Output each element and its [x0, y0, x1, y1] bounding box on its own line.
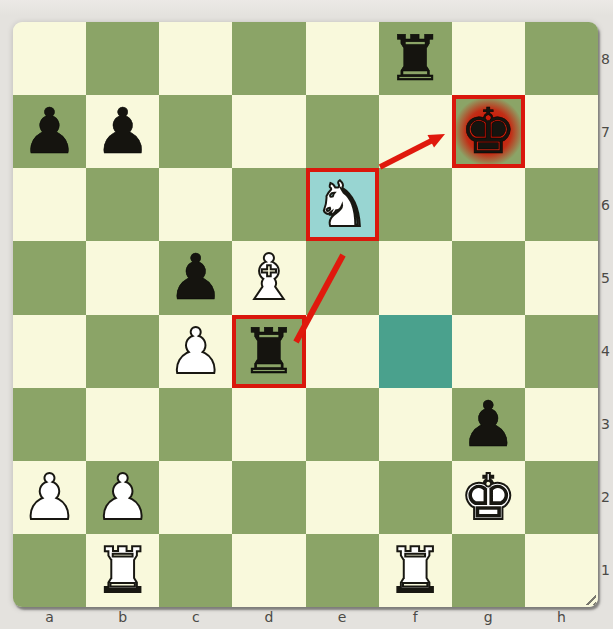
square-h2[interactable]: [525, 461, 598, 534]
square-d8[interactable]: [232, 22, 305, 95]
square-a5[interactable]: [13, 241, 86, 314]
square-b4[interactable]: [86, 315, 159, 388]
square-a2[interactable]: ♟: [13, 461, 86, 534]
square-e1[interactable]: [306, 534, 379, 607]
file-coordinates: abcdefgh: [13, 606, 598, 627]
square-a7[interactable]: ♟: [13, 95, 86, 168]
white-rook-f1[interactable]: ♜: [387, 534, 443, 607]
square-e6[interactable]: ♞: [306, 168, 379, 241]
white-rook-b1[interactable]: ♜: [94, 534, 150, 607]
square-e2[interactable]: [306, 461, 379, 534]
square-b2[interactable]: ♟: [86, 461, 159, 534]
square-b3[interactable]: [86, 388, 159, 461]
square-c7[interactable]: [159, 95, 232, 168]
square-a3[interactable]: [13, 388, 86, 461]
rank-label-1: 1: [598, 534, 613, 607]
white-knight-e6[interactable]: ♞: [314, 168, 370, 241]
black-king-g7[interactable]: ♚: [460, 95, 516, 168]
square-f2[interactable]: [379, 461, 452, 534]
white-pawn-c4[interactable]: ♟: [168, 315, 224, 388]
rank-label-7: 7: [598, 95, 613, 168]
black-rook-d4[interactable]: ♜: [241, 315, 297, 388]
file-label-d: d: [232, 606, 305, 627]
rank-label-3: 3: [598, 388, 613, 461]
rank-label-5: 5: [598, 241, 613, 314]
black-pawn-a7[interactable]: ♟: [21, 95, 77, 168]
square-d2[interactable]: [232, 461, 305, 534]
square-f8[interactable]: ♜: [379, 22, 452, 95]
white-king-g2[interactable]: ♚: [460, 461, 516, 534]
black-rook-f8[interactable]: ♜: [387, 22, 443, 95]
square-g6[interactable]: [452, 168, 525, 241]
square-b1[interactable]: ♜: [86, 534, 159, 607]
square-g8[interactable]: [452, 22, 525, 95]
square-f4[interactable]: [379, 315, 452, 388]
file-label-g: g: [452, 606, 525, 627]
square-f3[interactable]: [379, 388, 452, 461]
square-f7[interactable]: [379, 95, 452, 168]
square-d5[interactable]: ♝: [232, 241, 305, 314]
square-b7[interactable]: ♟: [86, 95, 159, 168]
square-c4[interactable]: ♟: [159, 315, 232, 388]
square-e3[interactable]: [306, 388, 379, 461]
square-g1[interactable]: [452, 534, 525, 607]
square-e4[interactable]: [306, 315, 379, 388]
square-d6[interactable]: [232, 168, 305, 241]
square-a8[interactable]: [13, 22, 86, 95]
square-c5[interactable]: ♟: [159, 241, 232, 314]
square-e7[interactable]: [306, 95, 379, 168]
square-d3[interactable]: [232, 388, 305, 461]
square-b6[interactable]: [86, 168, 159, 241]
square-f6[interactable]: [379, 168, 452, 241]
square-g3[interactable]: ♟: [452, 388, 525, 461]
square-h3[interactable]: [525, 388, 598, 461]
square-h4[interactable]: [525, 315, 598, 388]
square-h5[interactable]: [525, 241, 598, 314]
square-h6[interactable]: [525, 168, 598, 241]
square-h7[interactable]: [525, 95, 598, 168]
square-a4[interactable]: [13, 315, 86, 388]
square-f1[interactable]: ♜: [379, 534, 452, 607]
rank-label-6: 6: [598, 168, 613, 241]
file-label-a: a: [13, 606, 86, 627]
square-g7[interactable]: ♚: [452, 95, 525, 168]
square-f5[interactable]: [379, 241, 452, 314]
square-e5[interactable]: [306, 241, 379, 314]
square-a1[interactable]: [13, 534, 86, 607]
square-d1[interactable]: [232, 534, 305, 607]
square-e8[interactable]: [306, 22, 379, 95]
file-label-b: b: [86, 606, 159, 627]
file-label-h: h: [525, 606, 598, 627]
square-g4[interactable]: [452, 315, 525, 388]
rank-coordinates: 87654321: [598, 22, 613, 607]
rank-label-8: 8: [598, 22, 613, 95]
square-g2[interactable]: ♚: [452, 461, 525, 534]
square-b8[interactable]: [86, 22, 159, 95]
square-d7[interactable]: [232, 95, 305, 168]
black-pawn-c5[interactable]: ♟: [168, 241, 224, 314]
rank-label-2: 2: [598, 461, 613, 534]
square-h1[interactable]: [525, 534, 598, 607]
white-pawn-b2[interactable]: ♟: [94, 461, 150, 534]
square-d4[interactable]: ♜: [232, 315, 305, 388]
file-label-c: c: [159, 606, 232, 627]
square-c6[interactable]: [159, 168, 232, 241]
rank-label-4: 4: [598, 315, 613, 388]
white-bishop-d5[interactable]: ♝: [241, 241, 297, 314]
square-a6[interactable]: [13, 168, 86, 241]
square-c8[interactable]: [159, 22, 232, 95]
black-pawn-b7[interactable]: ♟: [94, 95, 150, 168]
square-c2[interactable]: [159, 461, 232, 534]
square-g5[interactable]: [452, 241, 525, 314]
board-grid: ♜♟♟♚♞♟♝♟♜♟♟♟♚♜♜: [13, 22, 598, 607]
square-b5[interactable]: [86, 241, 159, 314]
white-pawn-a2[interactable]: ♟: [21, 461, 77, 534]
file-label-e: e: [306, 606, 379, 627]
square-c3[interactable]: [159, 388, 232, 461]
square-h8[interactable]: [525, 22, 598, 95]
black-pawn-g3[interactable]: ♟: [460, 388, 516, 461]
file-label-f: f: [379, 606, 452, 627]
square-c1[interactable]: [159, 534, 232, 607]
chess-board[interactable]: ♜♟♟♚♞♟♝♟♜♟♟♟♚♜♜: [13, 22, 598, 607]
